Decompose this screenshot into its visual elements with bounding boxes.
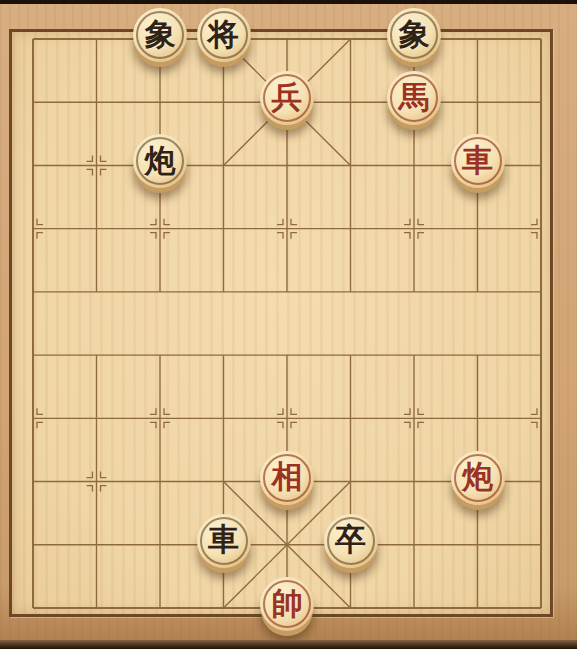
pieces-layer: 象将象兵馬炮車相炮車卒帥: [0, 0, 577, 649]
piece-black-general[interactable]: 将: [197, 8, 251, 62]
piece-char: 帥: [272, 588, 303, 619]
piece-char: 将: [208, 19, 239, 50]
piece-black-chariot[interactable]: 車: [197, 514, 251, 568]
piece-black-elephant-left[interactable]: 象: [133, 8, 187, 62]
piece-red-chariot[interactable]: 車: [451, 134, 505, 188]
piece-char: 卒: [335, 524, 366, 555]
piece-char: 炮: [462, 461, 493, 492]
piece-char: 象: [145, 19, 176, 50]
bottom-edge-strip: [0, 640, 577, 649]
piece-char: 相: [272, 461, 303, 492]
piece-black-cannon[interactable]: 炮: [133, 134, 187, 188]
piece-red-horse[interactable]: 馬: [387, 71, 441, 125]
piece-char: 車: [208, 524, 239, 555]
piece-black-soldier[interactable]: 卒: [324, 514, 378, 568]
piece-char: 兵: [272, 82, 303, 113]
piece-red-soldier[interactable]: 兵: [260, 71, 314, 125]
piece-char: 車: [462, 145, 493, 176]
piece-char: 象: [399, 19, 430, 50]
top-edge-strip: [0, 0, 577, 4]
piece-black-elephant-right[interactable]: 象: [387, 8, 441, 62]
piece-red-elephant[interactable]: 相: [260, 451, 314, 505]
piece-char: 馬: [399, 82, 430, 113]
piece-red-general[interactable]: 帥: [260, 577, 314, 631]
piece-char: 炮: [145, 145, 176, 176]
piece-red-cannon[interactable]: 炮: [451, 451, 505, 505]
xiangqi-game-screen: 象将象兵馬炮車相炮車卒帥: [0, 0, 577, 649]
